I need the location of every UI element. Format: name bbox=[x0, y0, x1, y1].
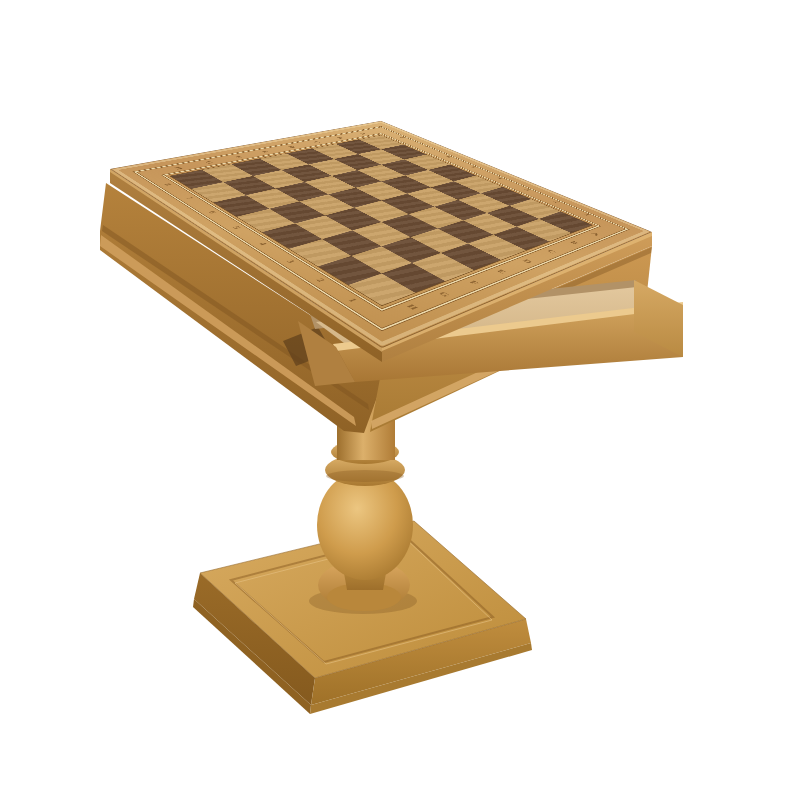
column-bulb bbox=[317, 470, 413, 580]
chess-table-photo: 11AA22BB33CC44DD55EE66FF77GG88HH bbox=[0, 0, 800, 800]
column-bead-shade bbox=[326, 470, 404, 482]
table-illustration bbox=[0, 0, 800, 800]
